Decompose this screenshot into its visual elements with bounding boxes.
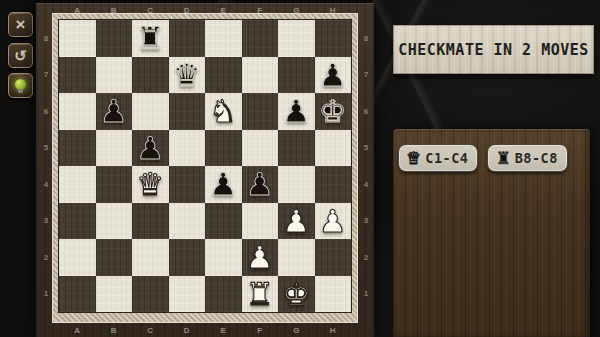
rank-label: 2 — [40, 239, 52, 276]
white-rook[interactable]: ♜ — [242, 276, 279, 313]
square-f1[interactable]: ♜ — [242, 276, 279, 313]
rank-label: 5 — [360, 130, 372, 167]
rank-label: 6 — [40, 93, 52, 130]
square-b8[interactable] — [96, 20, 133, 57]
square-a6[interactable] — [59, 93, 96, 130]
square-d2[interactable] — [169, 239, 206, 276]
square-b3[interactable] — [96, 203, 133, 240]
rank-label: 1 — [40, 276, 52, 313]
square-d8[interactable] — [169, 20, 206, 57]
square-c4[interactable]: ♛ — [132, 166, 169, 203]
square-c1[interactable] — [132, 276, 169, 313]
black-pawn[interactable]: ♟ — [315, 57, 352, 94]
square-g8[interactable] — [278, 20, 315, 57]
square-h8[interactable] — [315, 20, 352, 57]
square-b5[interactable] — [96, 130, 133, 167]
square-h2[interactable] — [315, 239, 352, 276]
square-a4[interactable] — [59, 166, 96, 203]
black-pawn[interactable]: ♟ — [278, 93, 315, 130]
square-f5[interactable] — [242, 130, 279, 167]
puzzle-title: CHECKMATE IN 2 MOVES — [398, 41, 589, 59]
rank-label: 2 — [360, 239, 372, 276]
square-e5[interactable] — [205, 130, 242, 167]
square-b7[interactable] — [96, 57, 133, 94]
move-entry-2: ♜ B8-C8 — [487, 144, 567, 172]
square-e1[interactable] — [205, 276, 242, 313]
square-h6[interactable]: ♚ — [315, 93, 352, 130]
square-c7[interactable] — [132, 57, 169, 94]
square-e4[interactable]: ♟ — [205, 166, 242, 203]
rank-label: 8 — [360, 20, 372, 57]
file-label: A — [59, 325, 96, 336]
square-b2[interactable] — [96, 239, 133, 276]
file-labels-bottom: ABCDEFGH — [59, 325, 351, 336]
square-f7[interactable] — [242, 57, 279, 94]
square-a5[interactable] — [59, 130, 96, 167]
black-pawn[interactable]: ♟ — [96, 93, 133, 130]
square-g4[interactable] — [278, 166, 315, 203]
black-rook-icon: ♜ — [495, 145, 510, 171]
black-rook[interactable]: ♜ — [132, 20, 169, 57]
square-g7[interactable] — [278, 57, 315, 94]
close-icon: × — [16, 15, 26, 35]
square-b6[interactable]: ♟ — [96, 93, 133, 130]
square-g1[interactable]: ♚ — [278, 276, 315, 313]
white-pawn[interactable]: ♟ — [278, 203, 315, 240]
square-d5[interactable] — [169, 130, 206, 167]
square-f6[interactable] — [242, 93, 279, 130]
white-queen[interactable]: ♛ — [132, 166, 169, 203]
square-g2[interactable] — [278, 239, 315, 276]
move-entry-1: ♛ C1-C4 — [398, 144, 478, 172]
square-e8[interactable] — [205, 20, 242, 57]
square-d1[interactable] — [169, 276, 206, 313]
undo-button[interactable]: ↺ — [8, 43, 33, 68]
square-g6[interactable]: ♟ — [278, 93, 315, 130]
square-a1[interactable] — [59, 276, 96, 313]
undo-icon: ↺ — [14, 47, 27, 65]
square-b1[interactable] — [96, 276, 133, 313]
square-d6[interactable] — [169, 93, 206, 130]
black-king[interactable]: ♚ — [315, 93, 352, 130]
rank-label: 4 — [360, 166, 372, 203]
square-g5[interactable] — [278, 130, 315, 167]
file-label: B — [96, 325, 133, 336]
rank-label: 4 — [40, 166, 52, 203]
square-c2[interactable] — [132, 239, 169, 276]
square-e3[interactable] — [205, 203, 242, 240]
square-d3[interactable] — [169, 203, 206, 240]
app-background: { "game": "chess", "puzzle": { "title": … — [0, 0, 600, 337]
square-h5[interactable] — [315, 130, 352, 167]
hint-button[interactable] — [8, 73, 33, 98]
file-label: D — [169, 325, 206, 336]
square-a7[interactable] — [59, 57, 96, 94]
square-c5[interactable]: ♟ — [132, 130, 169, 167]
rank-label: 7 — [40, 57, 52, 94]
white-king[interactable]: ♚ — [278, 276, 315, 313]
square-h7[interactable]: ♟ — [315, 57, 352, 94]
square-h3[interactable]: ♟ — [315, 203, 352, 240]
close-button[interactable]: × — [8, 12, 33, 37]
square-c8[interactable]: ♜ — [132, 20, 169, 57]
square-e7[interactable] — [205, 57, 242, 94]
square-e6[interactable]: ♞ — [205, 93, 242, 130]
square-c6[interactable] — [132, 93, 169, 130]
square-f2[interactable]: ♟ — [242, 239, 279, 276]
square-g3[interactable]: ♟ — [278, 203, 315, 240]
rank-label: 5 — [40, 130, 52, 167]
square-d4[interactable] — [169, 166, 206, 203]
file-label: H — [315, 325, 352, 336]
square-e2[interactable] — [205, 239, 242, 276]
rank-label: 6 — [360, 93, 372, 130]
file-label: F — [242, 325, 279, 336]
square-h4[interactable] — [315, 166, 352, 203]
black-pawn[interactable]: ♟ — [205, 166, 242, 203]
rank-label: 3 — [360, 203, 372, 240]
white-queen-icon: ♛ — [406, 145, 421, 171]
square-a3[interactable] — [59, 203, 96, 240]
move-entry-1-text: C1-C4 — [425, 150, 468, 166]
chess-board: ♜♛♟♟♞♟♚♟♛♟♟♟♟♟♜♚ — [59, 20, 351, 312]
rank-label: 8 — [40, 20, 52, 57]
rank-label: 7 — [360, 57, 372, 94]
white-knight[interactable]: ♞ — [205, 93, 242, 130]
black-pawn[interactable]: ♟ — [242, 166, 279, 203]
white-pawn[interactable]: ♟ — [315, 203, 352, 240]
move-list: ♛ C1-C4 ♜ B8-C8 — [398, 144, 568, 172]
rank-label: 1 — [360, 276, 372, 313]
square-h1[interactable] — [315, 276, 352, 313]
square-c3[interactable] — [132, 203, 169, 240]
file-label: G — [278, 325, 315, 336]
rank-label: 3 — [40, 203, 52, 240]
move-entry-2-text: B8-C8 — [515, 150, 558, 166]
move-history-panel: ♛ C1-C4 ♜ B8-C8 — [393, 129, 590, 337]
square-f8[interactable] — [242, 20, 279, 57]
black-pawn[interactable]: ♟ — [132, 130, 169, 167]
white-pawn[interactable]: ♟ — [242, 239, 279, 276]
rank-labels-right: 87654321 — [360, 20, 372, 312]
file-label: C — [132, 325, 169, 336]
square-a8[interactable] — [59, 20, 96, 57]
board-frame: ABCDEFGH ABCDEFGH 87654321 87654321 ♜♛♟♟… — [36, 3, 374, 337]
rank-labels-left: 87654321 — [40, 20, 52, 312]
black-queen[interactable]: ♛ — [169, 57, 206, 94]
square-f3[interactable] — [242, 203, 279, 240]
puzzle-banner: CHECKMATE IN 2 MOVES — [393, 25, 594, 74]
square-f4[interactable]: ♟ — [242, 166, 279, 203]
square-d7[interactable]: ♛ — [169, 57, 206, 94]
lightbulb-icon — [15, 79, 26, 90]
square-a2[interactable] — [59, 239, 96, 276]
square-b4[interactable] — [96, 166, 133, 203]
file-label: E — [205, 325, 242, 336]
